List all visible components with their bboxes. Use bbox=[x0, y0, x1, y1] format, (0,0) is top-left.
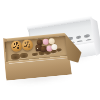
kraft-box bbox=[2, 28, 88, 84]
chocolate-chip-muffin bbox=[11, 40, 23, 52]
truffle-white bbox=[51, 44, 58, 51]
product-photo-stage bbox=[0, 0, 100, 100]
white-insert-hole bbox=[84, 34, 90, 38]
chocolate-chip-muffin bbox=[22, 39, 34, 51]
